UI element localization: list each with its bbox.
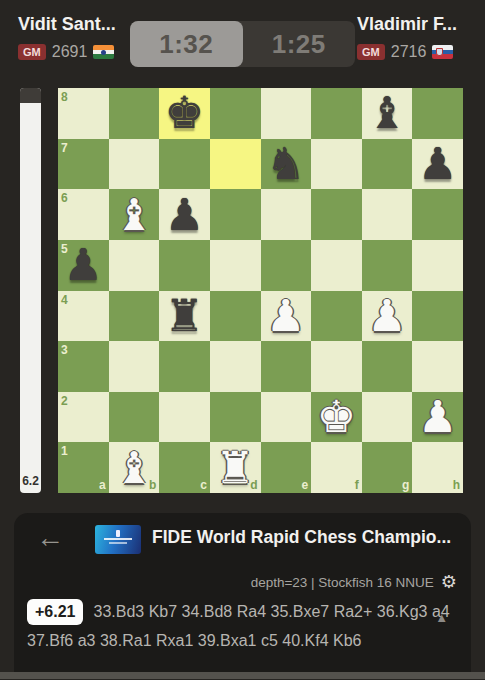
square-h6[interactable] xyxy=(412,189,463,240)
square-b4[interactable] xyxy=(109,291,160,342)
file-label-a: a xyxy=(99,479,106,491)
square-h8[interactable] xyxy=(412,88,463,139)
square-f7[interactable] xyxy=(311,139,362,190)
engine-line-moves[interactable]: 33.Bd3 Kb7 34.Bd8 Ra4 35.Bxe7 Ra2+ 36.Kg… xyxy=(27,603,450,649)
event-title-row: ← FIDE World Rapid Chess Champio... xyxy=(14,513,471,561)
square-d7[interactable] xyxy=(210,139,261,190)
square-e7[interactable]: ♞ xyxy=(261,139,312,190)
left-player-rating: 2691 xyxy=(52,43,88,61)
square-d1[interactable]: d♜ xyxy=(210,442,261,493)
square-h3[interactable] xyxy=(412,341,463,392)
square-c1[interactable]: c xyxy=(159,442,210,493)
engine-status-row: depth=23 | Stockfish 16 NNUE ⚙ xyxy=(251,573,457,591)
file-label-e: e xyxy=(301,479,308,491)
square-a1[interactable]: 1a xyxy=(58,442,109,493)
square-d5[interactable] xyxy=(210,240,261,291)
left-player-info: GM 2691 xyxy=(18,43,116,61)
slovenia-flag-icon xyxy=(432,45,453,59)
engine-line-row[interactable]: +6.2133.Bd3 Kb7 34.Bd8 Ra4 35.Bxe7 Ra2+ … xyxy=(27,597,458,655)
square-h7[interactable]: ♟ xyxy=(412,139,463,190)
square-f1[interactable]: f xyxy=(311,442,362,493)
square-c7[interactable] xyxy=(159,139,210,190)
square-b7[interactable] xyxy=(109,139,160,190)
square-e6[interactable] xyxy=(261,189,312,240)
right-player-title-badge: GM xyxy=(357,44,385,60)
square-f3[interactable] xyxy=(311,341,362,392)
square-g8[interactable]: ♝ xyxy=(362,88,413,139)
right-player-clock: 1:25 xyxy=(243,21,356,67)
square-a7[interactable]: 7 xyxy=(58,139,109,190)
square-g1[interactable]: g xyxy=(362,442,413,493)
square-h5[interactable] xyxy=(412,240,463,291)
square-a3[interactable]: 3 xyxy=(58,341,109,392)
square-f2[interactable]: ♚ xyxy=(311,392,362,443)
right-player-info: GM 2716 xyxy=(357,43,457,61)
square-h1[interactable]: h xyxy=(412,442,463,493)
square-e3[interactable] xyxy=(261,341,312,392)
right-player-name: Vladimir F... xyxy=(357,14,457,35)
file-label-g: g xyxy=(402,479,409,491)
square-e8[interactable] xyxy=(261,88,312,139)
square-h2[interactable]: ♟ xyxy=(412,392,463,443)
file-label-d: d xyxy=(250,479,257,491)
rank-label-7: 7 xyxy=(61,142,68,154)
square-d8[interactable] xyxy=(210,88,261,139)
square-f8[interactable] xyxy=(311,88,362,139)
square-a4[interactable]: 4 xyxy=(58,291,109,342)
white-pawn-h2: ♟ xyxy=(412,392,463,443)
square-g2[interactable] xyxy=(362,392,413,443)
square-b2[interactable] xyxy=(109,392,160,443)
square-d6[interactable] xyxy=(210,189,261,240)
square-e1[interactable]: e xyxy=(261,442,312,493)
square-a5[interactable]: 5♟ xyxy=(58,240,109,291)
engine-status-text: depth=23 | Stockfish 16 NNUE xyxy=(251,575,434,590)
top-bar: Vidit Sant... GM 2691 1:32 1:25 Vladimir… xyxy=(0,0,485,85)
evaluation-bar: 6.2 xyxy=(20,88,41,493)
left-player: Vidit Sant... GM 2691 xyxy=(18,14,116,61)
back-arrow-icon[interactable]: ← xyxy=(36,522,64,554)
clock-group: 1:32 1:25 xyxy=(130,21,355,67)
event-thumbnail[interactable] xyxy=(95,525,141,554)
square-c6[interactable]: ♟ xyxy=(159,189,210,240)
thumbnail-piece-icon xyxy=(116,530,120,537)
right-player-rating: 2716 xyxy=(391,43,427,61)
chess-board: 8♚♝7♞♟6♝♟5♟4♜♟♟32♚♟1ab♝cd♜efgh xyxy=(58,88,463,493)
white-pawn-g4: ♟ xyxy=(362,291,413,342)
analysis-panel: ← FIDE World Rapid Chess Champio... dept… xyxy=(14,513,471,672)
square-e2[interactable] xyxy=(261,392,312,443)
rank-label-6: 6 xyxy=(61,192,68,204)
event-title[interactable]: FIDE World Rapid Chess Champio... xyxy=(152,527,451,548)
square-f4[interactable] xyxy=(311,291,362,342)
black-king-c8: ♚ xyxy=(159,88,210,139)
gear-icon[interactable]: ⚙ xyxy=(441,573,457,591)
rank-label-5: 5 xyxy=(61,243,68,255)
square-b1[interactable]: b♝ xyxy=(109,442,160,493)
collapse-arrow-icon[interactable]: ▲ xyxy=(435,603,448,632)
square-c5[interactable] xyxy=(159,240,210,291)
square-d3[interactable] xyxy=(210,341,261,392)
square-g7[interactable] xyxy=(362,139,413,190)
square-f6[interactable] xyxy=(311,189,362,240)
file-label-h: h xyxy=(453,479,460,491)
square-g6[interactable] xyxy=(362,189,413,240)
square-e5[interactable] xyxy=(261,240,312,291)
rank-label-1: 1 xyxy=(61,445,68,457)
black-pawn-c6: ♟ xyxy=(159,189,210,240)
right-player: Vladimir F... GM 2716 xyxy=(357,14,457,61)
square-b5[interactable] xyxy=(109,240,160,291)
square-c2[interactable] xyxy=(159,392,210,443)
rank-label-2: 2 xyxy=(61,395,68,407)
rank-label-3: 3 xyxy=(61,344,68,356)
square-a8[interactable]: 8 xyxy=(58,88,109,139)
square-c3[interactable] xyxy=(159,341,210,392)
square-b6[interactable]: ♝ xyxy=(109,189,160,240)
square-a2[interactable]: 2 xyxy=(58,392,109,443)
square-f5[interactable] xyxy=(311,240,362,291)
square-g3[interactable] xyxy=(362,341,413,392)
file-label-c: c xyxy=(200,479,207,491)
file-label-f: f xyxy=(355,479,359,491)
square-h4[interactable] xyxy=(412,291,463,342)
white-king-f2: ♚ xyxy=(311,392,362,443)
white-pawn-e4: ♟ xyxy=(261,291,312,342)
square-a6[interactable]: 6 xyxy=(58,189,109,240)
square-e4[interactable]: ♟ xyxy=(261,291,312,342)
rank-label-8: 8 xyxy=(61,91,68,103)
square-g5[interactable] xyxy=(362,240,413,291)
left-player-clock: 1:32 xyxy=(130,21,243,67)
square-c4[interactable]: ♜ xyxy=(159,291,210,342)
bottom-divider-bar xyxy=(0,672,485,679)
square-d4[interactable] xyxy=(210,291,261,342)
rank-label-4: 4 xyxy=(61,294,68,306)
square-b3[interactable] xyxy=(109,341,160,392)
eval-score-badge: +6.21 xyxy=(27,599,83,625)
file-label-b: b xyxy=(149,479,156,491)
left-player-title-badge: GM xyxy=(18,44,46,60)
black-pawn-h7: ♟ xyxy=(412,139,463,190)
square-b8[interactable] xyxy=(109,88,160,139)
left-player-name: Vidit Sant... xyxy=(18,14,116,35)
black-knight-e7: ♞ xyxy=(261,139,312,190)
white-bishop-b6: ♝ xyxy=(109,189,160,240)
square-g4[interactable]: ♟ xyxy=(362,291,413,342)
black-rook-c4: ♜ xyxy=(159,291,210,342)
india-flag-icon xyxy=(93,45,114,59)
black-bishop-g8: ♝ xyxy=(362,88,413,139)
square-d2[interactable] xyxy=(210,392,261,443)
square-c8[interactable]: ♚ xyxy=(159,88,210,139)
evaluation-bar-black-section xyxy=(20,88,41,103)
evaluation-value: 6.2 xyxy=(20,474,41,488)
